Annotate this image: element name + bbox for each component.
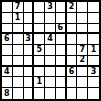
cell-r6c4[interactable] [34, 56, 45, 67]
cell-r7c3[interactable] [24, 67, 35, 78]
cell-r4c1[interactable]: 6 [2, 34, 13, 45]
cell-r6c2[interactable] [13, 56, 24, 67]
cell-r7c8[interactable] [77, 67, 88, 78]
cell-r2c9[interactable] [88, 13, 99, 24]
cell-r8c9[interactable] [88, 77, 99, 88]
cell-r4c4[interactable] [34, 34, 45, 45]
cell-r5c4[interactable]: 5 [34, 45, 45, 56]
cell-r2c5[interactable] [45, 13, 56, 24]
cell-r5c3[interactable] [24, 45, 35, 56]
cell-r3c5[interactable] [45, 24, 56, 35]
cell-r8c6[interactable] [56, 77, 67, 88]
cell-r6c1[interactable] [2, 56, 13, 67]
cell-r1c9[interactable] [88, 2, 99, 13]
cell-r8c2[interactable] [13, 77, 24, 88]
cell-r3c3[interactable] [24, 24, 35, 35]
cell-r2c7[interactable] [67, 13, 78, 24]
cell-r2c6[interactable] [56, 13, 67, 24]
cell-r3c2[interactable] [13, 24, 24, 35]
cell-r7c1[interactable]: 4 [2, 67, 13, 78]
cell-r8c3[interactable] [24, 77, 35, 88]
cell-r5c1[interactable] [2, 45, 13, 56]
cell-r1c4[interactable] [34, 2, 45, 13]
cell-r5c5[interactable] [45, 45, 56, 56]
cell-r9c9[interactable] [88, 88, 99, 99]
cell-r6c9[interactable] [88, 56, 99, 67]
cell-r9c6[interactable] [56, 88, 67, 99]
cell-r7c5[interactable] [45, 67, 56, 78]
cell-r3c6[interactable]: 6 [56, 24, 67, 35]
cell-r2c3[interactable] [24, 13, 35, 24]
cell-r8c7[interactable] [67, 77, 78, 88]
cell-r7c2[interactable] [13, 67, 24, 78]
cell-r1c5[interactable]: 3 [45, 2, 56, 13]
sudoku-board: 73216634571246318 [0, 0, 101, 101]
cell-r4c3[interactable]: 3 [24, 34, 35, 45]
cell-r5c9[interactable]: 1 [88, 45, 99, 56]
cell-r4c6[interactable] [56, 34, 67, 45]
cell-r8c4[interactable]: 1 [34, 77, 45, 88]
cell-r7c6[interactable] [56, 67, 67, 78]
cell-r1c8[interactable] [77, 2, 88, 13]
cell-r2c2[interactable]: 1 [13, 13, 24, 24]
cell-r2c4[interactable] [34, 13, 45, 24]
cell-r9c4[interactable] [34, 88, 45, 99]
cell-r7c9[interactable]: 3 [88, 67, 99, 78]
cell-r4c8[interactable] [77, 34, 88, 45]
cell-r7c4[interactable] [34, 67, 45, 78]
cell-r1c6[interactable] [56, 2, 67, 13]
cell-r6c6[interactable] [56, 56, 67, 67]
cell-r9c7[interactable] [67, 88, 78, 99]
cell-r5c8[interactable]: 7 [77, 45, 88, 56]
cell-r9c5[interactable] [45, 88, 56, 99]
cell-r2c8[interactable] [77, 13, 88, 24]
cell-r6c5[interactable] [45, 56, 56, 67]
cell-r4c2[interactable] [13, 34, 24, 45]
cell-r3c7[interactable] [67, 24, 78, 35]
cell-r3c4[interactable] [34, 24, 45, 35]
cell-r9c1[interactable]: 8 [2, 88, 13, 99]
cell-r9c3[interactable] [24, 88, 35, 99]
cell-r5c7[interactable] [67, 45, 78, 56]
cell-r8c1[interactable] [2, 77, 13, 88]
cell-r3c9[interactable] [88, 24, 99, 35]
cell-r8c5[interactable] [45, 77, 56, 88]
cell-r5c6[interactable] [56, 45, 67, 56]
cell-r9c2[interactable] [13, 88, 24, 99]
cell-r1c1[interactable] [2, 2, 13, 13]
cell-r4c5[interactable]: 4 [45, 34, 56, 45]
cell-r9c8[interactable] [77, 88, 88, 99]
cell-r7c7[interactable]: 6 [67, 67, 78, 78]
cell-r5c2[interactable] [13, 45, 24, 56]
cell-r2c1[interactable] [2, 13, 13, 24]
cell-r3c8[interactable] [77, 24, 88, 35]
cell-r8c8[interactable] [77, 77, 88, 88]
cell-r6c7[interactable] [67, 56, 78, 67]
cell-r6c3[interactable] [24, 56, 35, 67]
cell-r4c9[interactable] [88, 34, 99, 45]
cell-r3c1[interactable] [2, 24, 13, 35]
cell-r1c2[interactable]: 7 [13, 2, 24, 13]
cell-r6c8[interactable]: 2 [77, 56, 88, 67]
cell-r4c7[interactable] [67, 34, 78, 45]
cell-r1c3[interactable] [24, 2, 35, 13]
cell-r1c7[interactable]: 2 [67, 2, 78, 13]
